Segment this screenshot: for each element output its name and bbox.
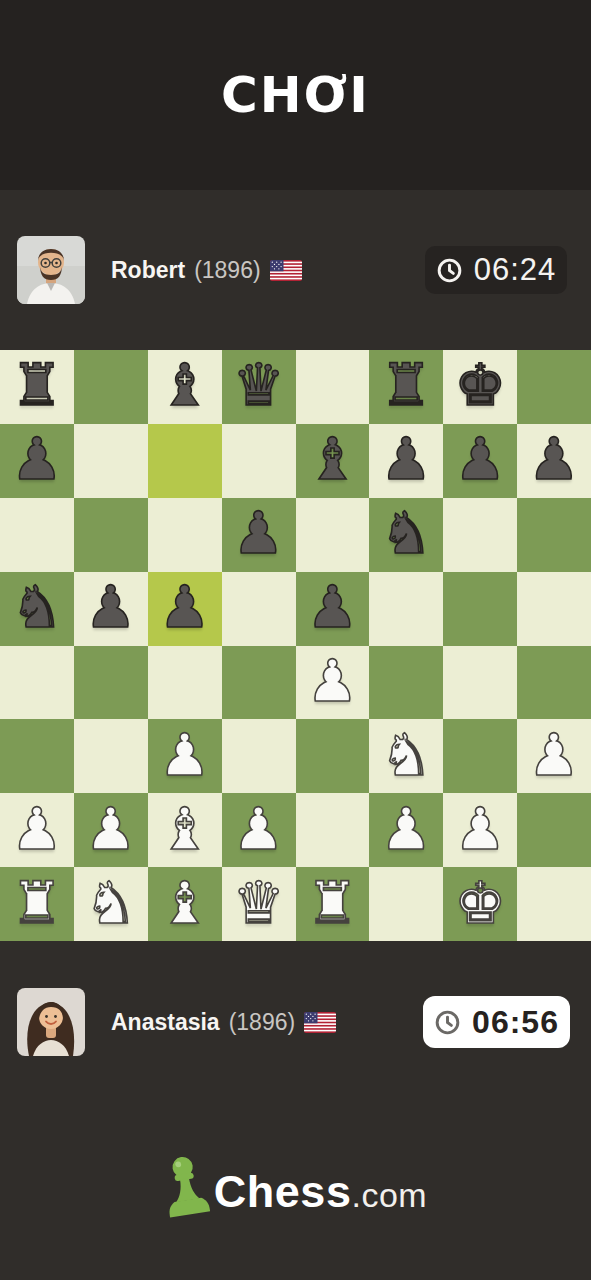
piece-white-bishop[interactable]: ♝ xyxy=(148,867,222,941)
piece-white-pawn[interactable]: ♟ xyxy=(296,646,370,720)
piece-white-queen[interactable]: ♛ xyxy=(222,867,296,941)
square-b3[interactable] xyxy=(74,719,148,793)
square-c8[interactable]: ♝ xyxy=(148,350,222,424)
square-g3[interactable] xyxy=(443,719,517,793)
piece-white-pawn[interactable]: ♟ xyxy=(148,719,222,793)
square-a3[interactable] xyxy=(0,719,74,793)
piece-white-bishop[interactable]: ♝ xyxy=(148,793,222,867)
piece-black-queen[interactable]: ♛ xyxy=(222,350,296,424)
square-g5[interactable] xyxy=(443,572,517,646)
piece-white-pawn[interactable]: ♟ xyxy=(222,793,296,867)
square-c6[interactable] xyxy=(148,498,222,572)
square-a4[interactable] xyxy=(0,646,74,720)
square-f6[interactable]: ♞ xyxy=(369,498,443,572)
square-f3[interactable]: ♞ xyxy=(369,719,443,793)
clock-top: 06:24 xyxy=(425,246,567,294)
square-g7[interactable]: ♟ xyxy=(443,424,517,498)
square-d4[interactable] xyxy=(222,646,296,720)
square-e6[interactable] xyxy=(296,498,370,572)
square-e2[interactable] xyxy=(296,793,370,867)
piece-black-pawn[interactable]: ♟ xyxy=(74,572,148,646)
piece-black-pawn[interactable]: ♟ xyxy=(0,424,74,498)
square-b5[interactable]: ♟ xyxy=(74,572,148,646)
clock-time: 06:24 xyxy=(474,252,557,288)
square-h3[interactable]: ♟ xyxy=(517,719,591,793)
square-g2[interactable]: ♟ xyxy=(443,793,517,867)
square-h6[interactable] xyxy=(517,498,591,572)
piece-black-knight[interactable]: ♞ xyxy=(0,572,74,646)
brand-tld: .com xyxy=(351,1176,427,1215)
green-pawn-icon xyxy=(158,1152,213,1225)
square-a2[interactable]: ♟ xyxy=(0,793,74,867)
player-top-row: Robert (1896) xyxy=(0,236,591,304)
square-b2[interactable]: ♟ xyxy=(74,793,148,867)
square-a6[interactable] xyxy=(0,498,74,572)
square-h1[interactable] xyxy=(517,867,591,941)
square-d3[interactable] xyxy=(222,719,296,793)
piece-white-rook[interactable]: ♜ xyxy=(296,867,370,941)
player-bottom-row: Anastasia (1896) xyxy=(0,988,591,1056)
piece-white-pawn[interactable]: ♟ xyxy=(443,793,517,867)
square-a8[interactable]: ♜ xyxy=(0,350,74,424)
square-c1[interactable]: ♝ xyxy=(148,867,222,941)
piece-black-knight[interactable]: ♞ xyxy=(369,498,443,572)
square-a7[interactable]: ♟ xyxy=(0,424,74,498)
square-c2[interactable]: ♝ xyxy=(148,793,222,867)
square-b7[interactable] xyxy=(74,424,148,498)
square-d7[interactable] xyxy=(222,424,296,498)
square-e8[interactable] xyxy=(296,350,370,424)
square-b1[interactable]: ♞ xyxy=(74,867,148,941)
square-f5[interactable] xyxy=(369,572,443,646)
square-g4[interactable] xyxy=(443,646,517,720)
square-e1[interactable]: ♜ xyxy=(296,867,370,941)
avatar[interactable] xyxy=(17,236,85,304)
square-h4[interactable] xyxy=(517,646,591,720)
piece-black-pawn[interactable]: ♟ xyxy=(517,424,591,498)
clock-icon xyxy=(436,257,463,284)
player-info: Robert (1896) xyxy=(111,257,302,284)
square-f7[interactable]: ♟ xyxy=(369,424,443,498)
square-e7[interactable]: ♝ xyxy=(296,424,370,498)
square-h8[interactable] xyxy=(517,350,591,424)
piece-black-pawn[interactable]: ♟ xyxy=(443,424,517,498)
piece-black-pawn[interactable]: ♟ xyxy=(222,498,296,572)
piece-white-knight[interactable]: ♞ xyxy=(369,719,443,793)
square-a1[interactable]: ♜ xyxy=(0,867,74,941)
square-d1[interactable]: ♛ xyxy=(222,867,296,941)
app-screen: CHƠI Robert (1896) xyxy=(0,0,591,1280)
piece-black-king[interactable]: ♚ xyxy=(443,350,517,424)
piece-black-bishop[interactable]: ♝ xyxy=(296,424,370,498)
square-g6[interactable] xyxy=(443,498,517,572)
square-h7[interactable]: ♟ xyxy=(517,424,591,498)
square-b4[interactable] xyxy=(74,646,148,720)
header: CHƠI xyxy=(0,0,591,190)
piece-black-pawn[interactable]: ♟ xyxy=(296,572,370,646)
square-d6[interactable]: ♟ xyxy=(222,498,296,572)
piece-black-rook[interactable]: ♜ xyxy=(0,350,74,424)
square-h5[interactable] xyxy=(517,572,591,646)
piece-black-pawn[interactable]: ♟ xyxy=(148,572,222,646)
clock-bottom: 06:56 xyxy=(423,996,570,1048)
square-e4[interactable]: ♟ xyxy=(296,646,370,720)
square-f8[interactable]: ♜ xyxy=(369,350,443,424)
footer-brand: Chess .com xyxy=(0,1158,591,1225)
piece-white-king[interactable]: ♚ xyxy=(443,867,517,941)
piece-black-rook[interactable]: ♜ xyxy=(369,350,443,424)
avatar[interactable] xyxy=(17,988,85,1056)
clock-icon xyxy=(434,1009,461,1036)
player-rating: (1896) xyxy=(194,257,260,284)
square-e3[interactable] xyxy=(296,719,370,793)
piece-white-pawn[interactable]: ♟ xyxy=(517,719,591,793)
piece-black-pawn[interactable]: ♟ xyxy=(369,424,443,498)
chess-board[interactable]: ♜♝♛♜♚♟♝♟♟♟♟♞♞♟♟♟♟♟♞♟♟♟♝♟♟♟♜♞♝♛♜♚ xyxy=(0,350,591,941)
square-g1[interactable]: ♚ xyxy=(443,867,517,941)
player-rating: (1896) xyxy=(229,1009,295,1036)
square-a5[interactable]: ♞ xyxy=(0,572,74,646)
brand-text: Chess .com xyxy=(214,1166,427,1218)
square-c5[interactable]: ♟ xyxy=(148,572,222,646)
square-c4[interactable] xyxy=(148,646,222,720)
square-b6[interactable] xyxy=(74,498,148,572)
piece-black-bishop[interactable]: ♝ xyxy=(148,350,222,424)
square-h2[interactable] xyxy=(517,793,591,867)
us-flag-icon xyxy=(304,1012,336,1033)
piece-white-pawn[interactable]: ♟ xyxy=(74,793,148,867)
clock-time: 06:56 xyxy=(472,1004,559,1041)
piece-white-knight[interactable]: ♞ xyxy=(74,867,148,941)
brand-name: Chess xyxy=(214,1166,352,1218)
square-c7[interactable] xyxy=(148,424,222,498)
square-c3[interactable]: ♟ xyxy=(148,719,222,793)
square-f2[interactable]: ♟ xyxy=(369,793,443,867)
square-f4[interactable] xyxy=(369,646,443,720)
square-d2[interactable]: ♟ xyxy=(222,793,296,867)
square-d8[interactable]: ♛ xyxy=(222,350,296,424)
player-info: Anastasia (1896) xyxy=(111,1009,336,1036)
player-name: Robert xyxy=(111,257,185,284)
player-name: Anastasia xyxy=(111,1009,220,1036)
us-flag-icon xyxy=(270,260,302,281)
square-g8[interactable]: ♚ xyxy=(443,350,517,424)
page-title: CHƠI xyxy=(221,66,370,124)
square-b8[interactable] xyxy=(74,350,148,424)
square-e5[interactable]: ♟ xyxy=(296,572,370,646)
piece-white-rook[interactable]: ♜ xyxy=(0,867,74,941)
square-f1[interactable] xyxy=(369,867,443,941)
square-d5[interactable] xyxy=(222,572,296,646)
piece-white-pawn[interactable]: ♟ xyxy=(369,793,443,867)
piece-white-pawn[interactable]: ♟ xyxy=(0,793,74,867)
